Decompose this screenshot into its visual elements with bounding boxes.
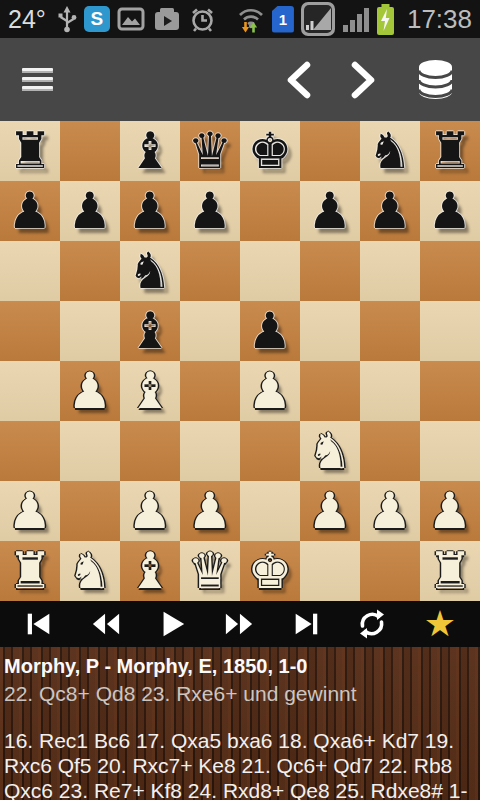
square-f6[interactable] <box>300 241 360 301</box>
sync-button[interactable] <box>350 606 394 642</box>
square-d2[interactable]: ♟ <box>180 481 240 541</box>
square-h6[interactable] <box>420 241 480 301</box>
white-pawn: ♟ <box>188 482 233 540</box>
move-list[interactable]: 16. Rec1 Bc6 17. Qxa5 bxa6 18. Qxa6+ Kd7… <box>4 728 476 800</box>
square-c6[interactable]: ♞ <box>120 241 180 301</box>
square-e1[interactable]: ♚ <box>240 541 300 601</box>
white-pawn: ♟ <box>308 482 353 540</box>
square-h3[interactable] <box>420 421 480 481</box>
variation-line[interactable]: 22. Qc8+ Qd8 23. Rxe6+ und gewinnt <box>4 681 476 707</box>
square-d3[interactable] <box>180 421 240 481</box>
square-h1[interactable]: ♜ <box>420 541 480 601</box>
toolbar <box>0 38 480 121</box>
sim-slot-number: 1 <box>279 11 287 28</box>
square-a2[interactable]: ♟ <box>0 481 60 541</box>
square-b2[interactable] <box>60 481 120 541</box>
skype-icon: S <box>84 6 110 32</box>
black-pawn: ♟ <box>368 182 413 240</box>
square-b7[interactable]: ♟ <box>60 181 120 241</box>
square-f4[interactable] <box>300 361 360 421</box>
white-queen: ♛ <box>188 542 233 600</box>
play-icon <box>157 608 187 640</box>
white-pawn: ♟ <box>248 362 293 420</box>
white-king: ♚ <box>248 542 293 600</box>
usb-icon <box>57 5 77 33</box>
black-pawn: ♟ <box>248 302 293 360</box>
square-a1[interactable]: ♜ <box>0 541 60 601</box>
menu-button[interactable] <box>20 62 55 97</box>
playback-bar: ★ <box>0 601 480 647</box>
clock-text: 17:38 <box>407 0 472 38</box>
square-b5[interactable] <box>60 301 120 361</box>
square-d8[interactable]: ♛ <box>180 121 240 181</box>
rewind-button[interactable] <box>84 607 128 641</box>
skip-to-end-button[interactable] <box>285 607 327 641</box>
black-pawn: ♟ <box>428 182 473 240</box>
square-a5[interactable] <box>0 301 60 361</box>
square-c3[interactable] <box>120 421 180 481</box>
square-g2[interactable]: ♟ <box>360 481 420 541</box>
square-d7[interactable]: ♟ <box>180 181 240 241</box>
fast-forward-button[interactable] <box>217 607 261 641</box>
white-rook: ♜ <box>8 542 53 600</box>
square-e7[interactable] <box>240 181 300 241</box>
square-e4[interactable]: ♟ <box>240 361 300 421</box>
square-b6[interactable] <box>60 241 120 301</box>
white-knight: ♞ <box>68 542 113 600</box>
sim-icon: 1 <box>272 6 294 33</box>
game-info-panel: Morphy, P - Morphy, E, 1850, 1-0 22. Qc8… <box>0 647 480 800</box>
square-e5[interactable]: ♟ <box>240 301 300 361</box>
square-e6[interactable] <box>240 241 300 301</box>
database-icon <box>415 57 456 102</box>
square-e3[interactable] <box>240 421 300 481</box>
square-a7[interactable]: ♟ <box>0 181 60 241</box>
gallery-icon <box>117 6 145 32</box>
black-pawn: ♟ <box>68 182 113 240</box>
skip-to-start-button[interactable] <box>18 607 60 641</box>
square-h4[interactable] <box>420 361 480 421</box>
previous-game-button[interactable] <box>281 56 316 104</box>
square-a8[interactable]: ♜ <box>0 121 60 181</box>
mobile-data-icon <box>300 1 336 37</box>
square-a3[interactable] <box>0 421 60 481</box>
square-f7[interactable]: ♟ <box>300 181 360 241</box>
square-b4[interactable]: ♟ <box>60 361 120 421</box>
square-f1[interactable] <box>300 541 360 601</box>
square-g5[interactable] <box>360 301 420 361</box>
status-bar: 24° S <box>0 0 480 38</box>
square-c8[interactable]: ♝ <box>120 121 180 181</box>
black-pawn: ♟ <box>188 182 233 240</box>
wifi-transfer-icon <box>236 5 266 33</box>
alarm-icon <box>189 6 216 33</box>
square-c7[interactable]: ♟ <box>120 181 180 241</box>
white-knight: ♞ <box>308 422 353 480</box>
square-g1[interactable] <box>360 541 420 601</box>
white-pawn: ♟ <box>8 482 53 540</box>
video-icon <box>152 6 182 33</box>
black-pawn: ♟ <box>128 182 173 240</box>
play-button[interactable] <box>151 606 193 642</box>
square-a6[interactable] <box>0 241 60 301</box>
chevron-right-icon <box>350 60 377 100</box>
black-pawn: ♟ <box>308 182 353 240</box>
square-d1[interactable]: ♛ <box>180 541 240 601</box>
white-rook: ♜ <box>428 542 473 600</box>
star-icon: ★ <box>424 605 456 643</box>
fast-forward-icon <box>223 609 255 639</box>
square-f3[interactable]: ♞ <box>300 421 360 481</box>
square-e2[interactable] <box>240 481 300 541</box>
skip-to-start-icon <box>24 609 54 639</box>
square-c5[interactable]: ♝ <box>120 301 180 361</box>
database-button[interactable] <box>411 53 460 106</box>
square-d5[interactable] <box>180 301 240 361</box>
rewind-icon <box>90 609 122 639</box>
square-g8[interactable]: ♞ <box>360 121 420 181</box>
favorite-button[interactable]: ★ <box>418 603 462 645</box>
square-c2[interactable]: ♟ <box>120 481 180 541</box>
temperature-text: 24° <box>8 0 46 38</box>
square-h8[interactable]: ♜ <box>420 121 480 181</box>
white-bishop: ♝ <box>128 362 173 420</box>
skip-to-end-icon <box>291 609 321 639</box>
square-f8[interactable] <box>300 121 360 181</box>
square-g6[interactable] <box>360 241 420 301</box>
square-b1[interactable]: ♞ <box>60 541 120 601</box>
square-g4[interactable] <box>360 361 420 421</box>
white-pawn: ♟ <box>128 482 173 540</box>
chevron-left-icon <box>285 60 312 100</box>
skype-letter: S <box>90 8 103 30</box>
square-h5[interactable] <box>420 301 480 361</box>
white-pawn: ♟ <box>428 482 473 540</box>
black-knight: ♞ <box>368 122 413 180</box>
black-queen: ♛ <box>188 122 233 180</box>
next-game-button[interactable] <box>346 56 381 104</box>
menu-icon <box>22 68 53 73</box>
game-header: Morphy, P - Morphy, E, 1850, 1-0 <box>4 654 476 678</box>
square-c1[interactable]: ♝ <box>120 541 180 601</box>
square-f2[interactable]: ♟ <box>300 481 360 541</box>
square-e8[interactable]: ♚ <box>240 121 300 181</box>
square-d4[interactable] <box>180 361 240 421</box>
square-h7[interactable]: ♟ <box>420 181 480 241</box>
square-c4[interactable]: ♝ <box>120 361 180 421</box>
black-bishop: ♝ <box>128 302 173 360</box>
black-pawn: ♟ <box>8 182 53 240</box>
square-g3[interactable] <box>360 421 420 481</box>
square-b8[interactable] <box>60 121 120 181</box>
black-king: ♚ <box>248 122 293 180</box>
sync-icon <box>356 608 388 640</box>
black-rook: ♜ <box>428 122 473 180</box>
square-g7[interactable]: ♟ <box>360 181 420 241</box>
square-a4[interactable] <box>0 361 60 421</box>
white-pawn: ♟ <box>68 362 113 420</box>
black-bishop: ♝ <box>128 122 173 180</box>
square-d6[interactable] <box>180 241 240 301</box>
chess-board: ♜♝♛♚♞♜♟♟♟♟♟♟♟♞♝♟♟♝♟♞♟♟♟♟♟♟♜♞♝♛♚♜ <box>0 121 480 601</box>
white-bishop: ♝ <box>128 542 173 600</box>
square-f5[interactable] <box>300 301 360 361</box>
black-knight: ♞ <box>128 242 173 300</box>
square-b3[interactable] <box>60 421 120 481</box>
battery-icon <box>376 4 395 35</box>
signal-icon <box>342 5 370 33</box>
square-h2[interactable]: ♟ <box>420 481 480 541</box>
black-rook: ♜ <box>8 122 53 180</box>
white-pawn: ♟ <box>368 482 413 540</box>
